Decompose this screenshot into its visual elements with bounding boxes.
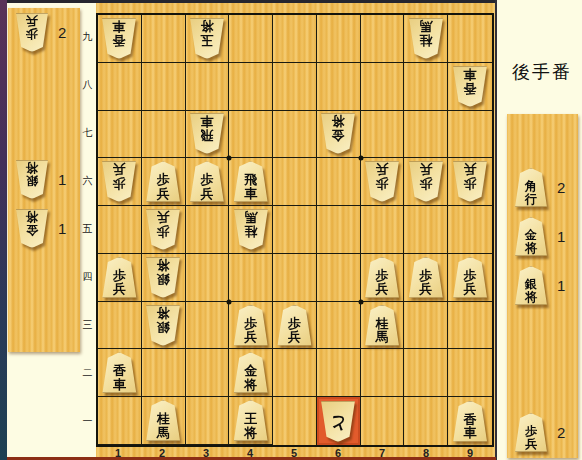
turn-indicator: 後手番	[504, 60, 580, 84]
square-7-9	[361, 15, 405, 63]
piece-kanji: 金将	[15, 209, 49, 248]
piece-sente-香[interactable]: 香車	[101, 18, 137, 59]
piece-sente-金[interactable]: 金将	[320, 113, 356, 154]
piece-kanji: 歩兵	[452, 257, 488, 298]
piece-kanji: 歩兵	[514, 413, 548, 452]
square-1-9: 香車	[98, 15, 142, 63]
shogi-kifu-viewer: { "game": "shogi", "view": "rotated-180 …	[0, 0, 582, 460]
hand-slot-sente-歩: 歩兵	[15, 13, 49, 52]
piece-sente-銀[interactable]: 銀将	[145, 257, 181, 298]
piece-sente-歩[interactable]: 歩兵	[364, 161, 400, 202]
hand-slot-gote-金: 金将	[514, 217, 548, 256]
square-6-3	[317, 302, 361, 350]
piece-kanji: 歩兵	[15, 13, 49, 52]
piece-kanji: 歩兵	[364, 257, 400, 298]
square-4-7	[229, 111, 273, 159]
square-9-1: 香車	[448, 397, 492, 445]
square-1-1	[98, 397, 142, 445]
piece-kanji: 歩兵	[233, 305, 269, 346]
rank-label-八: 八	[80, 78, 95, 92]
board-grid: 香車玉将桂馬香車飛車金将歩兵歩兵歩兵飛車歩兵歩兵歩兵歩兵桂馬歩兵銀将歩兵歩兵歩兵…	[96, 13, 494, 447]
square-9-7	[448, 111, 492, 159]
square-9-3	[448, 302, 492, 350]
piece-kanji: 金将	[233, 352, 269, 393]
square-3-1	[186, 397, 230, 445]
square-8-8	[404, 63, 448, 111]
square-4-1: 王将	[229, 397, 273, 445]
square-2-6: 歩兵	[142, 158, 186, 206]
piece-kanji: 桂馬	[145, 400, 181, 441]
rank-label-二: 二	[80, 366, 95, 380]
piece-kanji: 歩兵	[101, 257, 137, 298]
square-6-8	[317, 63, 361, 111]
square-3-8	[186, 63, 230, 111]
piece-kanji: 歩兵	[145, 161, 181, 202]
hand-count-gote-歩: 2	[557, 424, 565, 441]
piece-sente-歩[interactable]: 歩兵	[101, 161, 137, 202]
rank-label-九: 九	[80, 30, 95, 44]
square-3-6: 歩兵	[186, 158, 230, 206]
piece-gote-歩[interactable]: 歩兵	[276, 305, 312, 346]
piece-kanji: 金将	[320, 113, 356, 154]
piece-sente-桂[interactable]: 桂馬	[408, 18, 444, 59]
square-1-3	[98, 302, 142, 350]
square-5-6	[273, 158, 317, 206]
hoshi-dot	[227, 156, 232, 161]
hand-slot-sente-銀: 銀将	[15, 160, 49, 199]
hoshi-dot	[358, 299, 363, 304]
square-2-5: 歩兵	[142, 206, 186, 254]
square-8-7	[404, 111, 448, 159]
gote-hand-stand: 角行2金将1銀将1歩兵2	[507, 114, 578, 458]
square-5-3: 歩兵	[273, 302, 317, 350]
hand-count-gote-金: 1	[557, 228, 565, 245]
square-3-4	[186, 254, 230, 302]
square-9-8: 香車	[448, 63, 492, 111]
piece-kanji: 歩兵	[101, 161, 137, 202]
piece-kanji: 桂馬	[364, 305, 400, 346]
piece-gote-歩[interactable]: 歩兵	[452, 257, 488, 298]
square-4-9	[229, 15, 273, 63]
piece-kanji: 角行	[514, 168, 548, 207]
square-2-1: 桂馬	[142, 397, 186, 445]
piece-kanji: と	[320, 401, 356, 442]
square-3-5	[186, 206, 230, 254]
square-8-5	[404, 206, 448, 254]
piece-kanji: 香車	[101, 352, 137, 393]
hand-count-sente-歩: 2	[58, 24, 66, 41]
piece-kanji: 歩兵	[145, 209, 181, 250]
piece-sente-玉[interactable]: 玉将	[189, 18, 225, 59]
square-7-7	[361, 111, 405, 159]
square-8-9: 桂馬	[404, 15, 448, 63]
piece-gote-金[interactable]: 金将	[233, 352, 269, 393]
piece-sente-歩[interactable]: 歩兵	[408, 161, 444, 202]
piece-sente-歩[interactable]: 歩兵	[15, 13, 49, 52]
rank-labels: 九八七六五四三二一	[80, 13, 95, 445]
hand-slot-gote-角: 角行	[514, 168, 548, 207]
square-6-6	[317, 158, 361, 206]
piece-sente-歩[interactable]: 歩兵	[145, 209, 181, 250]
square-5-4	[273, 254, 317, 302]
square-6-9	[317, 15, 361, 63]
window-edge-left	[0, 0, 7, 460]
square-3-2	[186, 349, 230, 397]
square-2-8	[142, 63, 186, 111]
square-6-7: 金将	[317, 111, 361, 159]
hand-count-gote-角: 2	[557, 179, 565, 196]
hoshi-dot	[358, 156, 363, 161]
hand-slot-gote-歩: 歩兵	[514, 413, 548, 452]
square-3-9: 玉将	[186, 15, 230, 63]
piece-kanji: 歩兵	[452, 161, 488, 202]
square-7-1	[361, 397, 405, 445]
square-1-7	[98, 111, 142, 159]
piece-gote-飛[interactable]: 飛車	[233, 161, 269, 202]
square-5-8	[273, 63, 317, 111]
square-5-2	[273, 349, 317, 397]
panel-separator	[495, 0, 497, 460]
piece-gote-角[interactable]: 角行	[514, 168, 548, 207]
piece-gote-桂[interactable]: 桂馬	[145, 400, 181, 441]
piece-sente-銀[interactable]: 銀将	[145, 305, 181, 346]
piece-gote-歩[interactable]: 歩兵	[408, 257, 444, 298]
square-7-4: 歩兵	[361, 254, 405, 302]
piece-kanji: 歩兵	[189, 161, 225, 202]
piece-kanji: 歩兵	[408, 257, 444, 298]
hand-slot-gote-銀: 銀将	[514, 266, 548, 305]
square-4-4	[229, 254, 273, 302]
piece-kanji: 銀将	[15, 160, 49, 199]
square-5-7	[273, 111, 317, 159]
square-4-6: 飛車	[229, 158, 273, 206]
piece-kanji: 香車	[452, 401, 488, 442]
square-8-1	[404, 397, 448, 445]
square-7-2	[361, 349, 405, 397]
square-4-2: 金将	[229, 349, 273, 397]
hand-count-sente-金: 1	[58, 220, 66, 237]
square-9-5	[448, 206, 492, 254]
square-1-4: 歩兵	[98, 254, 142, 302]
square-8-3	[404, 302, 448, 350]
square-2-9	[142, 15, 186, 63]
piece-kanji: 香車	[101, 18, 137, 59]
square-3-7: 飛車	[186, 111, 230, 159]
piece-kanji: 玉将	[189, 18, 225, 59]
piece-gote-歩[interactable]: 歩兵	[189, 161, 225, 202]
square-4-8	[229, 63, 273, 111]
rank-label-七: 七	[80, 126, 95, 140]
square-6-5	[317, 206, 361, 254]
piece-sente-飛[interactable]: 飛車	[189, 113, 225, 154]
piece-kanji: 桂馬	[408, 18, 444, 59]
piece-gote-香[interactable]: 香車	[101, 352, 137, 393]
square-4-5: 桂馬	[229, 206, 273, 254]
square-5-9	[273, 15, 317, 63]
sente-hand-stand: 歩兵2銀将1金将1	[8, 8, 80, 352]
hand-count-gote-銀: 1	[557, 277, 565, 294]
square-9-9	[448, 15, 492, 63]
square-2-7	[142, 111, 186, 159]
square-2-2	[142, 349, 186, 397]
square-9-2	[448, 349, 492, 397]
square-6-1: と	[317, 397, 361, 445]
piece-gote-歩[interactable]: 歩兵	[145, 161, 181, 202]
piece-sente-香[interactable]: 香車	[452, 66, 488, 107]
rank-label-六: 六	[80, 174, 95, 188]
piece-kanji: 飛車	[233, 161, 269, 202]
piece-kanji: 銀将	[145, 305, 181, 346]
square-2-4: 銀将	[142, 254, 186, 302]
square-9-6: 歩兵	[448, 158, 492, 206]
square-1-6: 歩兵	[98, 158, 142, 206]
hand-count-sente-銀: 1	[58, 171, 66, 188]
piece-kanji: 歩兵	[276, 305, 312, 346]
square-8-6: 歩兵	[404, 158, 448, 206]
board-panel: 香車玉将桂馬香車飛車金将歩兵歩兵歩兵飛車歩兵歩兵歩兵歩兵桂馬歩兵銀将歩兵歩兵歩兵…	[96, 3, 495, 457]
square-8-4: 歩兵	[404, 254, 448, 302]
square-1-8	[98, 63, 142, 111]
square-3-3	[186, 302, 230, 350]
piece-kanji: 王将	[233, 400, 269, 441]
square-9-4: 歩兵	[448, 254, 492, 302]
square-7-3: 桂馬	[361, 302, 405, 350]
piece-kanji: 銀将	[514, 266, 548, 305]
hand-slot-sente-金: 金将	[15, 209, 49, 248]
piece-sente-と[interactable]: と	[320, 401, 356, 442]
piece-kanji: 金将	[514, 217, 548, 256]
square-4-3: 歩兵	[229, 302, 273, 350]
piece-gote-金[interactable]: 金将	[514, 217, 548, 256]
piece-sente-金[interactable]: 金将	[15, 209, 49, 248]
rank-label-三: 三	[80, 318, 95, 332]
square-7-8	[361, 63, 405, 111]
square-7-6: 歩兵	[361, 158, 405, 206]
square-2-3: 銀将	[142, 302, 186, 350]
piece-gote-歩[interactable]: 歩兵	[101, 257, 137, 298]
piece-gote-王[interactable]: 王将	[233, 400, 269, 441]
square-6-2	[317, 349, 361, 397]
square-7-5	[361, 206, 405, 254]
square-6-4	[317, 254, 361, 302]
piece-gote-歩[interactable]: 歩兵	[364, 257, 400, 298]
piece-kanji: 歩兵	[408, 161, 444, 202]
rank-label-四: 四	[80, 270, 95, 284]
piece-sente-桂[interactable]: 桂馬	[233, 209, 269, 250]
piece-sente-歩[interactable]: 歩兵	[452, 161, 488, 202]
piece-kanji: 香車	[452, 66, 488, 107]
piece-sente-銀[interactable]: 銀将	[15, 160, 49, 199]
square-8-2	[404, 349, 448, 397]
piece-kanji: 飛車	[189, 113, 225, 154]
piece-gote-銀[interactable]: 銀将	[514, 266, 548, 305]
hoshi-dot	[227, 299, 232, 304]
piece-gote-歩[interactable]: 歩兵	[233, 305, 269, 346]
piece-kanji: 歩兵	[364, 161, 400, 202]
square-1-5	[98, 206, 142, 254]
piece-kanji: 銀将	[145, 257, 181, 298]
piece-gote-桂[interactable]: 桂馬	[364, 305, 400, 346]
piece-kanji: 桂馬	[233, 209, 269, 250]
piece-gote-香[interactable]: 香車	[452, 401, 488, 442]
piece-gote-歩[interactable]: 歩兵	[514, 413, 548, 452]
square-5-5	[273, 206, 317, 254]
rank-label-五: 五	[80, 222, 95, 236]
rank-label-一: 一	[80, 414, 95, 428]
square-5-1	[273, 397, 317, 445]
square-1-2: 香車	[98, 349, 142, 397]
